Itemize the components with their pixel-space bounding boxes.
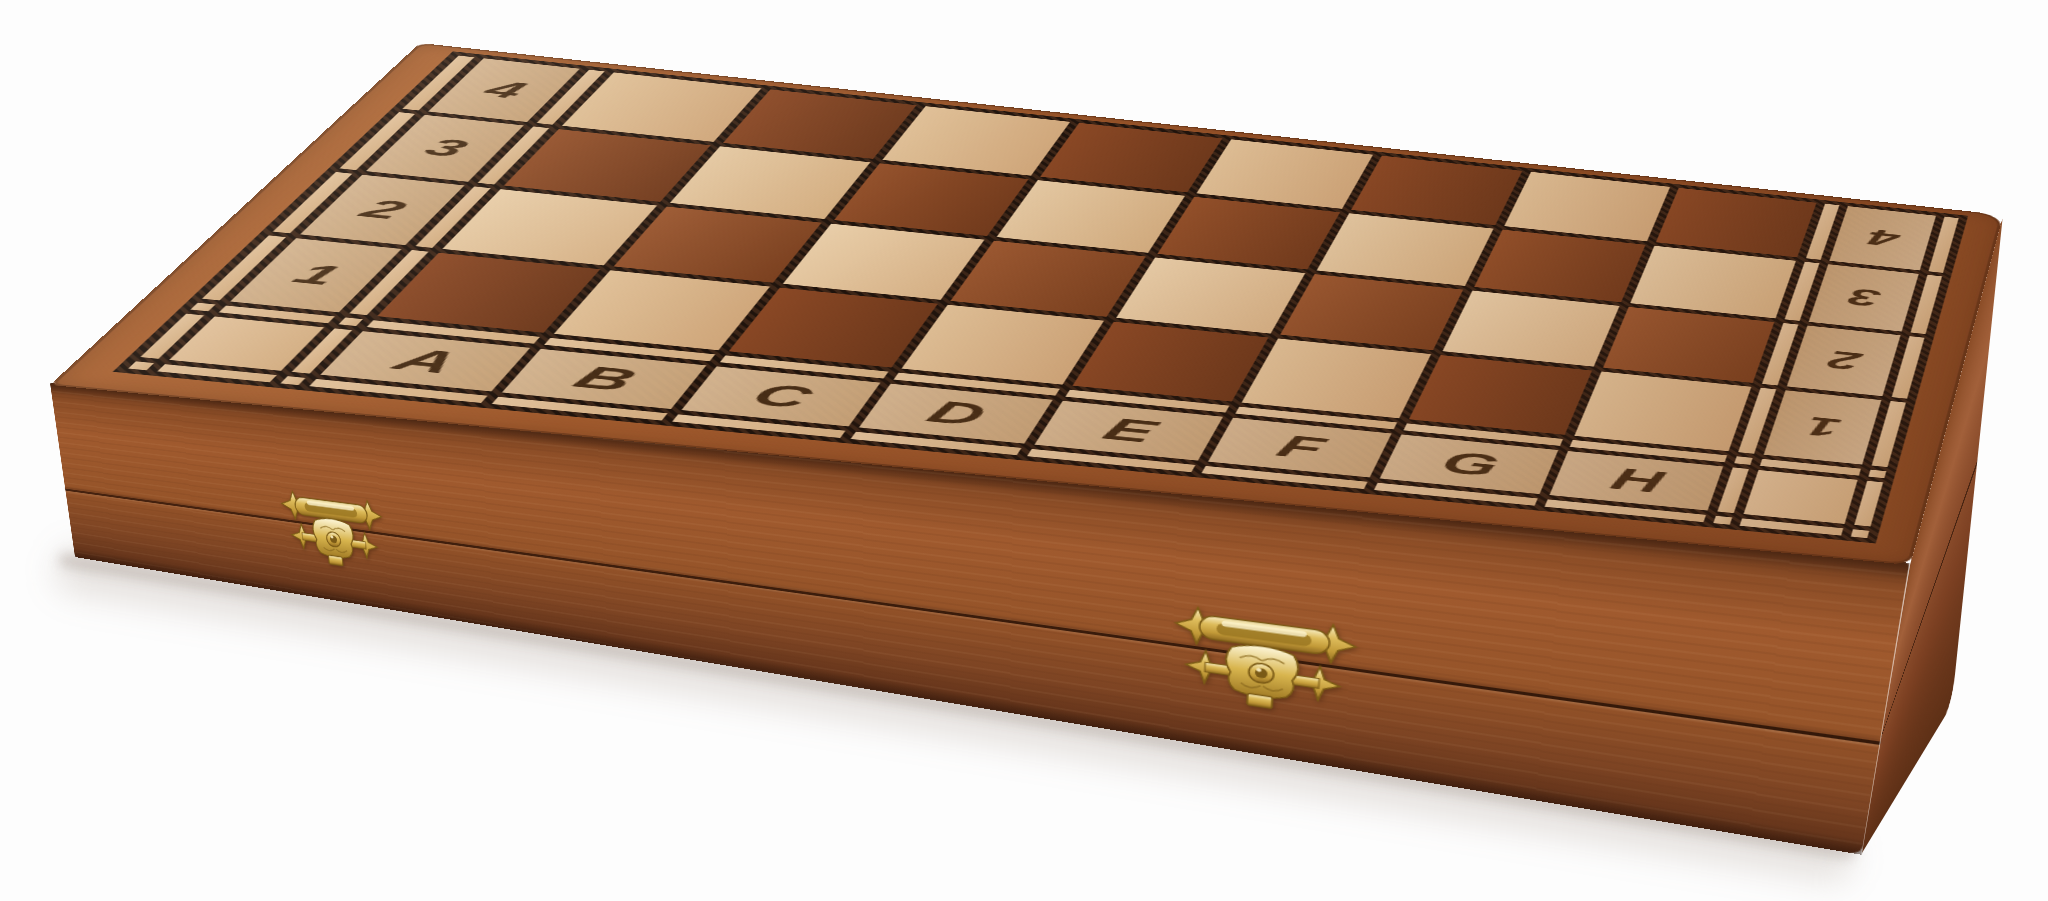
spacer: [1744, 470, 1858, 524]
square-f4: [1351, 156, 1522, 225]
square-h1: [1574, 371, 1751, 451]
product-photo-scene: 44332211ABCDEFGH: [0, 0, 2048, 901]
spacer: [128, 361, 154, 370]
square-b3: [670, 146, 870, 219]
square-e4: [1196, 139, 1373, 208]
square-g3: [1474, 230, 1645, 303]
square-f3: [1317, 213, 1494, 286]
spacer: [1713, 516, 1732, 525]
square-f2: [1280, 274, 1463, 350]
square-d3: [997, 180, 1185, 253]
square-f1: [1242, 338, 1431, 418]
square-h4: [1656, 188, 1817, 257]
brass-latch-right: [1163, 585, 1369, 728]
spacer: [1734, 456, 1752, 465]
square-g1: [1409, 355, 1592, 435]
square-g4: [1504, 172, 1670, 241]
spacer: [1717, 467, 1748, 513]
spacer: [1851, 529, 1869, 538]
square-c2: [783, 224, 985, 300]
rank-label-right-4: 4: [1829, 206, 1936, 270]
rank-label-right-3: 3: [1809, 264, 1919, 331]
square-d2: [950, 241, 1145, 317]
square-d4: [1040, 123, 1222, 192]
spacer: [1868, 470, 1886, 479]
spacer: [191, 303, 216, 312]
square-c3: [834, 163, 1028, 236]
square-e2: [1116, 257, 1305, 333]
brass-latch-left: [273, 474, 392, 577]
square-c1: [729, 288, 938, 368]
square-c4: [882, 106, 1070, 175]
square-d1: [902, 305, 1104, 385]
rank-label-right-1: 1: [1764, 390, 1882, 464]
square-h3: [1630, 246, 1796, 319]
square-e3: [1157, 197, 1340, 270]
square-h2: [1603, 307, 1774, 383]
square-e1: [1073, 322, 1269, 402]
rank-label-right-2: 2: [1787, 326, 1901, 397]
square-g2: [1443, 291, 1620, 367]
spacer: [339, 317, 363, 326]
square-b4: [723, 89, 916, 158]
spacer: [280, 376, 305, 385]
spacer: [1854, 481, 1883, 527]
